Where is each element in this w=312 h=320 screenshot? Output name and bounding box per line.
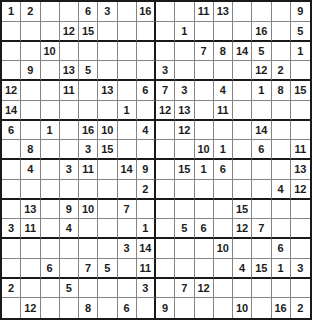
cell-r10c2[interactable] — [21, 180, 40, 200]
cell-r5c9[interactable]: 7 — [156, 81, 175, 101]
cell-r13c3[interactable] — [41, 239, 60, 259]
cell-r14c13[interactable]: 4 — [233, 259, 252, 279]
cell-r4c5[interactable]: 5 — [79, 61, 98, 81]
cell-r7c7[interactable] — [118, 121, 137, 141]
cell-r9c3[interactable] — [41, 160, 60, 180]
cell-r1c16[interactable]: 9 — [291, 2, 310, 22]
cell-r7c14[interactable]: 14 — [252, 121, 271, 141]
cell-r14c14[interactable]: 15 — [252, 259, 271, 279]
cell-r8c4[interactable] — [60, 140, 79, 160]
cell-r7c15[interactable] — [272, 121, 291, 141]
cell-r13c1[interactable] — [2, 239, 21, 259]
cell-r5c3[interactable] — [41, 81, 60, 101]
cell-r15c10[interactable]: 7 — [175, 279, 194, 299]
cell-r4c7[interactable] — [118, 61, 137, 81]
cell-r12c8[interactable]: 1 — [137, 219, 156, 239]
cell-r10c10[interactable] — [175, 180, 194, 200]
cell-r9c4[interactable]: 3 — [60, 160, 79, 180]
cell-r6c5[interactable] — [79, 101, 98, 121]
cell-r5c13[interactable] — [233, 81, 252, 101]
cell-r4c2[interactable]: 9 — [21, 61, 40, 81]
cell-r3c13[interactable]: 14 — [233, 42, 252, 62]
cell-r2c5[interactable]: 15 — [79, 22, 98, 42]
cell-r5c12[interactable]: 4 — [214, 81, 233, 101]
cell-r13c4[interactable] — [60, 239, 79, 259]
cell-r2c16[interactable]: 5 — [291, 22, 310, 42]
cell-r1c12[interactable]: 13 — [214, 2, 233, 22]
cell-r12c7[interactable] — [118, 219, 137, 239]
cell-r14c2[interactable] — [21, 259, 40, 279]
cell-r13c13[interactable] — [233, 239, 252, 259]
cell-r5c7[interactable] — [118, 81, 137, 101]
cell-r8c13[interactable] — [233, 140, 252, 160]
cell-r7c2[interactable] — [21, 121, 40, 141]
cell-r13c12[interactable]: 10 — [214, 239, 233, 259]
cell-r3c10[interactable] — [175, 42, 194, 62]
cell-r10c14[interactable] — [252, 180, 271, 200]
cell-r12c2[interactable]: 11 — [21, 219, 40, 239]
cell-r3c6[interactable] — [98, 42, 117, 62]
cell-r16c11[interactable] — [195, 298, 214, 318]
cell-r12c9[interactable] — [156, 219, 175, 239]
cell-r4c9[interactable]: 3 — [156, 61, 175, 81]
cell-r13c8[interactable]: 14 — [137, 239, 156, 259]
cell-r10c11[interactable] — [195, 180, 214, 200]
cell-r16c12[interactable] — [214, 298, 233, 318]
cell-r9c5[interactable]: 11 — [79, 160, 98, 180]
cell-r14c9[interactable] — [156, 259, 175, 279]
cell-r12c16[interactable] — [291, 219, 310, 239]
cell-r2c3[interactable] — [41, 22, 60, 42]
cell-r16c15[interactable]: 16 — [272, 298, 291, 318]
cell-r8c8[interactable] — [137, 140, 156, 160]
cell-r3c2[interactable] — [21, 42, 40, 62]
cell-r8c1[interactable] — [2, 140, 21, 160]
cell-r7c13[interactable] — [233, 121, 252, 141]
cell-r3c1[interactable] — [2, 42, 21, 62]
cell-r12c14[interactable]: 7 — [252, 219, 271, 239]
cell-r4c1[interactable] — [2, 61, 21, 81]
cell-r9c12[interactable]: 6 — [214, 160, 233, 180]
cell-r13c9[interactable] — [156, 239, 175, 259]
cell-r15c7[interactable] — [118, 279, 137, 299]
cell-r12c3[interactable] — [41, 219, 60, 239]
cell-r9c13[interactable] — [233, 160, 252, 180]
cell-r6c11[interactable] — [195, 101, 214, 121]
cell-r4c4[interactable]: 13 — [60, 61, 79, 81]
cell-r1c2[interactable]: 2 — [21, 2, 40, 22]
cell-r11c10[interactable] — [175, 200, 194, 220]
cell-r4c12[interactable] — [214, 61, 233, 81]
cell-r16c6[interactable] — [98, 298, 117, 318]
cell-r7c6[interactable]: 10 — [98, 121, 117, 141]
cell-r2c4[interactable]: 12 — [60, 22, 79, 42]
cell-r12c15[interactable] — [272, 219, 291, 239]
cell-r5c16[interactable]: 15 — [291, 81, 310, 101]
cell-r12c4[interactable]: 4 — [60, 219, 79, 239]
cell-r1c8[interactable]: 16 — [137, 2, 156, 22]
cell-r11c6[interactable] — [98, 200, 117, 220]
cell-r11c5[interactable]: 10 — [79, 200, 98, 220]
cell-r2c8[interactable] — [137, 22, 156, 42]
cell-r8c6[interactable]: 15 — [98, 140, 117, 160]
cell-r7c8[interactable]: 4 — [137, 121, 156, 141]
cell-r2c13[interactable] — [233, 22, 252, 42]
cell-r15c5[interactable] — [79, 279, 98, 299]
cell-r11c12[interactable] — [214, 200, 233, 220]
cell-r13c14[interactable] — [252, 239, 271, 259]
cell-r9c6[interactable] — [98, 160, 117, 180]
cell-r7c16[interactable] — [291, 121, 310, 141]
cell-r9c16[interactable]: 13 — [291, 160, 310, 180]
cell-r3c5[interactable] — [79, 42, 98, 62]
cell-r9c14[interactable] — [252, 160, 271, 180]
cell-r5c2[interactable] — [21, 81, 40, 101]
cell-r15c1[interactable]: 2 — [2, 279, 21, 299]
cell-r3c3[interactable]: 10 — [41, 42, 60, 62]
cell-r7c11[interactable] — [195, 121, 214, 141]
cell-r14c3[interactable]: 6 — [41, 259, 60, 279]
cell-r15c8[interactable]: 3 — [137, 279, 156, 299]
cell-r3c14[interactable]: 5 — [252, 42, 271, 62]
cell-r14c7[interactable] — [118, 259, 137, 279]
cell-r16c9[interactable]: 9 — [156, 298, 175, 318]
cell-r8c9[interactable] — [156, 140, 175, 160]
cell-r10c3[interactable] — [41, 180, 60, 200]
cell-r14c6[interactable]: 5 — [98, 259, 117, 279]
cell-r16c13[interactable]: 10 — [233, 298, 252, 318]
cell-r10c7[interactable] — [118, 180, 137, 200]
cell-r15c6[interactable] — [98, 279, 117, 299]
cell-r6c4[interactable] — [60, 101, 79, 121]
cell-r14c15[interactable]: 1 — [272, 259, 291, 279]
cell-r5c14[interactable]: 1 — [252, 81, 271, 101]
cell-r2c6[interactable] — [98, 22, 117, 42]
cell-r15c2[interactable] — [21, 279, 40, 299]
cell-r11c13[interactable]: 15 — [233, 200, 252, 220]
cell-r14c5[interactable]: 7 — [79, 259, 98, 279]
cell-r15c4[interactable]: 5 — [60, 279, 79, 299]
cell-r6c3[interactable] — [41, 101, 60, 121]
cell-r15c14[interactable] — [252, 279, 271, 299]
cell-r6c13[interactable] — [233, 101, 252, 121]
cell-r1c13[interactable] — [233, 2, 252, 22]
cell-r12c6[interactable] — [98, 219, 117, 239]
cell-r3c8[interactable] — [137, 42, 156, 62]
cell-r11c16[interactable] — [291, 200, 310, 220]
cell-r13c10[interactable] — [175, 239, 194, 259]
cell-r15c15[interactable] — [272, 279, 291, 299]
cell-r16c2[interactable]: 12 — [21, 298, 40, 318]
cell-r11c11[interactable] — [195, 200, 214, 220]
cell-r5c15[interactable]: 8 — [272, 81, 291, 101]
cell-r11c15[interactable] — [272, 200, 291, 220]
cell-r15c12[interactable] — [214, 279, 233, 299]
cell-r4c8[interactable] — [137, 61, 156, 81]
cell-r6c12[interactable]: 11 — [214, 101, 233, 121]
cell-r1c5[interactable]: 6 — [79, 2, 98, 22]
cell-r16c7[interactable]: 6 — [118, 298, 137, 318]
cell-r15c3[interactable] — [41, 279, 60, 299]
cell-r4c16[interactable] — [291, 61, 310, 81]
cell-r8c2[interactable]: 8 — [21, 140, 40, 160]
cell-r1c9[interactable] — [156, 2, 175, 22]
cell-r7c5[interactable]: 16 — [79, 121, 98, 141]
cell-r16c16[interactable]: 2 — [291, 298, 310, 318]
cell-r4c10[interactable] — [175, 61, 194, 81]
cell-r2c2[interactable] — [21, 22, 40, 42]
cell-r1c11[interactable]: 11 — [195, 2, 214, 22]
cell-r11c3[interactable] — [41, 200, 60, 220]
cell-r2c10[interactable]: 1 — [175, 22, 194, 42]
cell-r6c15[interactable] — [272, 101, 291, 121]
cell-r6c6[interactable] — [98, 101, 117, 121]
cell-r11c8[interactable] — [137, 200, 156, 220]
cell-r3c12[interactable]: 8 — [214, 42, 233, 62]
cell-r5c10[interactable]: 3 — [175, 81, 194, 101]
cell-r2c15[interactable] — [272, 22, 291, 42]
cell-r13c2[interactable] — [21, 239, 40, 259]
cell-r4c6[interactable] — [98, 61, 117, 81]
cell-r5c1[interactable]: 12 — [2, 81, 21, 101]
cell-r4c3[interactable] — [41, 61, 60, 81]
cell-r3c4[interactable] — [60, 42, 79, 62]
cell-r6c2[interactable] — [21, 101, 40, 121]
cell-r12c12[interactable] — [214, 219, 233, 239]
cell-r9c15[interactable] — [272, 160, 291, 180]
cell-r3c11[interactable]: 7 — [195, 42, 214, 62]
cell-r5c8[interactable]: 6 — [137, 81, 156, 101]
cell-r6c16[interactable] — [291, 101, 310, 121]
cell-r6c9[interactable]: 12 — [156, 101, 175, 121]
cell-r9c9[interactable] — [156, 160, 175, 180]
cell-r5c6[interactable]: 13 — [98, 81, 117, 101]
cell-r2c7[interactable] — [118, 22, 137, 42]
cell-r8c16[interactable]: 11 — [291, 140, 310, 160]
cell-r13c11[interactable] — [195, 239, 214, 259]
cell-r13c7[interactable]: 3 — [118, 239, 137, 259]
cell-r2c12[interactable] — [214, 22, 233, 42]
cell-r12c11[interactable]: 6 — [195, 219, 214, 239]
cell-r10c16[interactable]: 12 — [291, 180, 310, 200]
cell-r10c6[interactable] — [98, 180, 117, 200]
cell-r12c13[interactable]: 12 — [233, 219, 252, 239]
cell-r3c7[interactable] — [118, 42, 137, 62]
cell-r6c10[interactable]: 13 — [175, 101, 194, 121]
cell-r9c8[interactable]: 9 — [137, 160, 156, 180]
cell-r4c11[interactable] — [195, 61, 214, 81]
cell-r10c13[interactable] — [233, 180, 252, 200]
cell-r1c3[interactable] — [41, 2, 60, 22]
cell-r2c11[interactable] — [195, 22, 214, 42]
cell-r3c16[interactable]: 1 — [291, 42, 310, 62]
cell-r5c5[interactable] — [79, 81, 98, 101]
cell-r1c7[interactable] — [118, 2, 137, 22]
cell-r11c4[interactable]: 9 — [60, 200, 79, 220]
cell-r13c15[interactable]: 6 — [272, 239, 291, 259]
cell-r1c4[interactable] — [60, 2, 79, 22]
cell-r12c5[interactable] — [79, 219, 98, 239]
cell-r1c10[interactable] — [175, 2, 194, 22]
cell-r8c10[interactable] — [175, 140, 194, 160]
cell-r12c1[interactable]: 3 — [2, 219, 21, 239]
cell-r11c2[interactable]: 13 — [21, 200, 40, 220]
cell-r11c14[interactable] — [252, 200, 271, 220]
cell-r9c11[interactable]: 1 — [195, 160, 214, 180]
cell-r16c10[interactable] — [175, 298, 194, 318]
sudoku-puzzle: 1263161113912151165107814519135312212111… — [0, 0, 312, 320]
cell-r16c8[interactable] — [137, 298, 156, 318]
cell-r7c9[interactable] — [156, 121, 175, 141]
cell-r9c10[interactable]: 15 — [175, 160, 194, 180]
cell-r10c8[interactable]: 2 — [137, 180, 156, 200]
cell-r6c14[interactable] — [252, 101, 271, 121]
cell-r10c9[interactable] — [156, 180, 175, 200]
cell-r16c1[interactable] — [2, 298, 21, 318]
cell-r14c12[interactable] — [214, 259, 233, 279]
cell-r15c13[interactable] — [233, 279, 252, 299]
cell-r7c4[interactable] — [60, 121, 79, 141]
cell-r8c3[interactable] — [41, 140, 60, 160]
cell-r14c11[interactable] — [195, 259, 214, 279]
cell-r4c13[interactable] — [233, 61, 252, 81]
cell-r4c14[interactable]: 12 — [252, 61, 271, 81]
cell-r1c14[interactable] — [252, 2, 271, 22]
cell-r16c4[interactable] — [60, 298, 79, 318]
cell-r13c5[interactable] — [79, 239, 98, 259]
cell-r11c7[interactable]: 7 — [118, 200, 137, 220]
cell-r7c3[interactable]: 1 — [41, 121, 60, 141]
cell-r16c3[interactable] — [41, 298, 60, 318]
cell-r6c8[interactable] — [137, 101, 156, 121]
cell-r4c15[interactable]: 2 — [272, 61, 291, 81]
cell-r8c15[interactable] — [272, 140, 291, 160]
cell-r8c7[interactable] — [118, 140, 137, 160]
cell-r1c6[interactable]: 3 — [98, 2, 117, 22]
cell-r12c10[interactable]: 5 — [175, 219, 194, 239]
cell-r10c12[interactable] — [214, 180, 233, 200]
cell-r14c8[interactable]: 11 — [137, 259, 156, 279]
cell-r15c16[interactable] — [291, 279, 310, 299]
cell-r9c1[interactable] — [2, 160, 21, 180]
cell-r15c11[interactable]: 12 — [195, 279, 214, 299]
cell-r14c16[interactable]: 3 — [291, 259, 310, 279]
cell-r6c7[interactable]: 1 — [118, 101, 137, 121]
cell-r5c4[interactable]: 11 — [60, 81, 79, 101]
cell-r16c14[interactable] — [252, 298, 271, 318]
cell-r14c4[interactable] — [60, 259, 79, 279]
cell-r11c1[interactable] — [2, 200, 21, 220]
cell-r6c1[interactable]: 14 — [2, 101, 21, 121]
cell-r16c5[interactable]: 8 — [79, 298, 98, 318]
cell-r8c14[interactable]: 6 — [252, 140, 271, 160]
cell-r10c5[interactable] — [79, 180, 98, 200]
cell-r10c1[interactable] — [2, 180, 21, 200]
cell-r1c1[interactable]: 1 — [2, 2, 21, 22]
cell-r13c16[interactable] — [291, 239, 310, 259]
cell-r2c14[interactable]: 16 — [252, 22, 271, 42]
cell-r2c1[interactable] — [2, 22, 21, 42]
cell-r10c15[interactable]: 4 — [272, 180, 291, 200]
cell-r15c9[interactable] — [156, 279, 175, 299]
cell-r7c1[interactable]: 6 — [2, 121, 21, 141]
cell-r14c10[interactable] — [175, 259, 194, 279]
cell-r3c15[interactable] — [272, 42, 291, 62]
cell-r5c11[interactable] — [195, 81, 214, 101]
cell-r8c5[interactable]: 3 — [79, 140, 98, 160]
cell-r7c10[interactable]: 12 — [175, 121, 194, 141]
cell-r9c7[interactable]: 14 — [118, 160, 137, 180]
cell-r3c9[interactable] — [156, 42, 175, 62]
cell-r11c9[interactable] — [156, 200, 175, 220]
cell-r8c11[interactable]: 10 — [195, 140, 214, 160]
cell-r9c2[interactable]: 4 — [21, 160, 40, 180]
cell-r7c12[interactable] — [214, 121, 233, 141]
cell-r2c9[interactable] — [156, 22, 175, 42]
cell-r8c12[interactable]: 1 — [214, 140, 233, 160]
sudoku-board: 1263161113912151165107814519135312212111… — [0, 0, 312, 320]
cell-r13c6[interactable] — [98, 239, 117, 259]
cell-r14c1[interactable] — [2, 259, 21, 279]
cell-r1c15[interactable] — [272, 2, 291, 22]
cell-r10c4[interactable] — [60, 180, 79, 200]
